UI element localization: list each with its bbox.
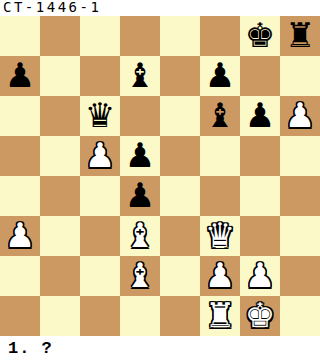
square-h6[interactable]: ♟: [280, 96, 320, 136]
black-queen[interactable]: ♛: [85, 98, 115, 132]
square-c3[interactable]: [80, 216, 120, 256]
black-pawn[interactable]: ♟: [125, 178, 155, 212]
square-a5[interactable]: [0, 136, 40, 176]
square-a3[interactable]: ♟: [0, 216, 40, 256]
chess-board: ♚♜♟♝♟♛♝♟♟♟♟♟♟♝♛♝♟♟♜♚: [0, 16, 320, 336]
square-c4[interactable]: [80, 176, 120, 216]
square-d5[interactable]: ♟: [120, 136, 160, 176]
white-queen[interactable]: ♛: [205, 218, 235, 252]
title-bar: CT-1446-1: [0, 0, 320, 16]
square-c8[interactable]: [80, 16, 120, 56]
square-f7[interactable]: ♟: [200, 56, 240, 96]
square-g6[interactable]: ♟: [240, 96, 280, 136]
square-d8[interactable]: [120, 16, 160, 56]
black-pawn[interactable]: ♟: [245, 98, 275, 132]
square-c2[interactable]: [80, 256, 120, 296]
square-f8[interactable]: [200, 16, 240, 56]
white-bishop[interactable]: ♝: [125, 258, 155, 292]
square-e2[interactable]: [160, 256, 200, 296]
puzzle-id: CT-1446-1: [3, 0, 101, 15]
square-c1[interactable]: [80, 296, 120, 336]
square-f1[interactable]: ♜: [200, 296, 240, 336]
square-h7[interactable]: [280, 56, 320, 96]
square-g1[interactable]: ♚: [240, 296, 280, 336]
square-b4[interactable]: [40, 176, 80, 216]
move-prompt: 1. ?: [8, 339, 53, 358]
square-d1[interactable]: [120, 296, 160, 336]
square-e8[interactable]: [160, 16, 200, 56]
black-pawn[interactable]: ♟: [205, 58, 235, 92]
square-a6[interactable]: [0, 96, 40, 136]
black-king[interactable]: ♚: [245, 18, 275, 52]
square-h4[interactable]: [280, 176, 320, 216]
black-bishop[interactable]: ♝: [125, 58, 155, 92]
square-f2[interactable]: ♟: [200, 256, 240, 296]
square-g3[interactable]: [240, 216, 280, 256]
square-a4[interactable]: [0, 176, 40, 216]
square-b6[interactable]: [40, 96, 80, 136]
square-d7[interactable]: ♝: [120, 56, 160, 96]
square-h2[interactable]: [280, 256, 320, 296]
black-rook[interactable]: ♜: [285, 18, 315, 52]
square-d4[interactable]: ♟: [120, 176, 160, 216]
square-b5[interactable]: [40, 136, 80, 176]
square-h8[interactable]: ♜: [280, 16, 320, 56]
square-g8[interactable]: ♚: [240, 16, 280, 56]
square-g2[interactable]: ♟: [240, 256, 280, 296]
square-d2[interactable]: ♝: [120, 256, 160, 296]
square-a2[interactable]: [0, 256, 40, 296]
white-pawn[interactable]: ♟: [245, 258, 275, 292]
white-pawn[interactable]: ♟: [85, 138, 115, 172]
square-e6[interactable]: [160, 96, 200, 136]
square-h3[interactable]: [280, 216, 320, 256]
square-b2[interactable]: [40, 256, 80, 296]
black-pawn[interactable]: ♟: [5, 58, 35, 92]
square-b7[interactable]: [40, 56, 80, 96]
square-e7[interactable]: [160, 56, 200, 96]
square-e4[interactable]: [160, 176, 200, 216]
square-g4[interactable]: [240, 176, 280, 216]
square-g7[interactable]: [240, 56, 280, 96]
square-d6[interactable]: [120, 96, 160, 136]
status-bar: 1. ?: [0, 336, 320, 360]
square-f4[interactable]: [200, 176, 240, 216]
square-e3[interactable]: [160, 216, 200, 256]
square-f6[interactable]: ♝: [200, 96, 240, 136]
square-g5[interactable]: [240, 136, 280, 176]
square-d3[interactable]: ♝: [120, 216, 160, 256]
square-e5[interactable]: [160, 136, 200, 176]
chess-puzzle-app: CT-1446-1 ♚♜♟♝♟♛♝♟♟♟♟♟♟♝♛♝♟♟♜♚ 1. ?: [0, 0, 320, 360]
black-bishop[interactable]: ♝: [205, 98, 235, 132]
white-pawn[interactable]: ♟: [5, 218, 35, 252]
square-f3[interactable]: ♛: [200, 216, 240, 256]
square-b3[interactable]: [40, 216, 80, 256]
square-f5[interactable]: [200, 136, 240, 176]
square-b1[interactable]: [40, 296, 80, 336]
square-c6[interactable]: ♛: [80, 96, 120, 136]
square-h1[interactable]: [280, 296, 320, 336]
square-a8[interactable]: [0, 16, 40, 56]
square-e1[interactable]: [160, 296, 200, 336]
square-a7[interactable]: ♟: [0, 56, 40, 96]
white-rook[interactable]: ♜: [205, 298, 235, 332]
square-h5[interactable]: [280, 136, 320, 176]
white-king[interactable]: ♚: [245, 298, 275, 332]
white-pawn[interactable]: ♟: [205, 258, 235, 292]
white-bishop[interactable]: ♝: [125, 218, 155, 252]
square-c5[interactable]: ♟: [80, 136, 120, 176]
square-a1[interactable]: [0, 296, 40, 336]
square-c7[interactable]: [80, 56, 120, 96]
black-pawn[interactable]: ♟: [125, 138, 155, 172]
white-pawn[interactable]: ♟: [285, 98, 315, 132]
square-b8[interactable]: [40, 16, 80, 56]
